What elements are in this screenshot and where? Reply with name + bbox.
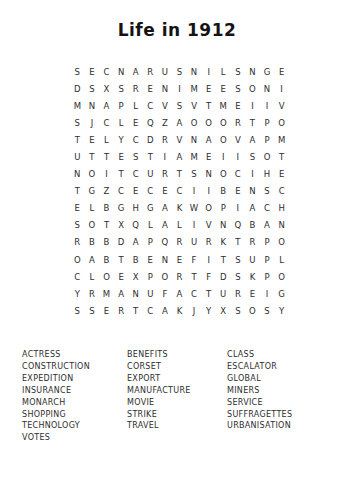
grid-cell-r4c2: J — [85, 114, 100, 131]
grid-cell-r2c8: I — [172, 80, 187, 97]
grid-cell-r9c15: H — [274, 200, 289, 217]
grid-cell-r14c10: T — [201, 285, 216, 302]
grid-cell-r15c11: X — [216, 302, 231, 319]
grid-cell-r3c15: V — [274, 97, 289, 114]
word-list: ACTRESSCONSTRUCTIONEXPEDITIONINSURANCEMO… — [0, 349, 354, 449]
grid-cell-r1c9: N — [187, 63, 202, 80]
grid-cell-r11c2: B — [85, 234, 100, 251]
word-travel: TRAVEL — [127, 420, 191, 432]
grid-cell-r11c4: D — [114, 234, 129, 251]
grid-cell-r12c10: I — [201, 251, 216, 268]
grid-cell-r5c11: O — [216, 131, 231, 148]
word-construction: CONSTRUCTION — [22, 361, 90, 373]
grid-cell-r11c11: K — [216, 234, 231, 251]
grid-cell-r3c12: E — [231, 97, 246, 114]
grid-cell-r4c10: O — [201, 114, 216, 131]
grid-cell-r9c8: K — [172, 200, 187, 217]
grid-cell-r15c6: C — [143, 302, 158, 319]
grid-cell-r13c12: S — [231, 268, 246, 285]
grid-cell-r8c2: G — [85, 183, 100, 200]
grid-cell-r4c7: Z — [158, 114, 173, 131]
grid-cell-r3c2: N — [85, 97, 100, 114]
grid-cell-r7c5: C — [128, 166, 143, 183]
word-technology: TECHNOLOGY — [22, 420, 90, 432]
grid-cell-r4c4: L — [114, 114, 129, 131]
grid-cell-r2c2: S — [85, 80, 100, 97]
grid-cell-r6c13: S — [245, 148, 260, 165]
grid-cell-r1c7: U — [158, 63, 173, 80]
grid-cell-r14c14: I — [260, 285, 275, 302]
grid-cell-r3c1: M — [70, 97, 85, 114]
grid-cell-r4c9: O — [187, 114, 202, 131]
grid-cell-r10c10: V — [201, 217, 216, 234]
grid-cell-r13c10: F — [201, 268, 216, 285]
grid-cell-r9c5: H — [128, 200, 143, 217]
grid-cell-r4c14: P — [260, 114, 275, 131]
grid-cell-r15c3: E — [99, 302, 114, 319]
grid-cell-r15c12: S — [231, 302, 246, 319]
grid-cell-r11c7: Q — [158, 234, 173, 251]
grid-cell-r2c12: S — [231, 80, 246, 97]
grid-cell-r6c12: I — [231, 148, 246, 165]
grid-cell-r14c13: E — [245, 285, 260, 302]
word-expedition: EXPEDITION — [22, 373, 90, 385]
word-class: CLASS — [227, 349, 292, 361]
grid-cell-r1c6: R — [143, 63, 158, 80]
grid-cell-r2c11: E — [216, 80, 231, 97]
grid-cell-r3c3: A — [99, 97, 114, 114]
grid-cell-r6c9: M — [187, 148, 202, 165]
grid-cell-r12c5: B — [128, 251, 143, 268]
grid-cell-r9c9: W — [187, 200, 202, 217]
grid-cell-r5c10: A — [201, 131, 216, 148]
grid-cell-r4c8: A — [172, 114, 187, 131]
grid-cell-r7c12: C — [231, 166, 246, 183]
grid-cell-r4c1: S — [70, 114, 85, 131]
grid-cell-r4c5: E — [128, 114, 143, 131]
grid-cell-r3c10: T — [201, 97, 216, 114]
grid-cell-r12c14: P — [260, 251, 275, 268]
grid-cell-r8c14: S — [260, 183, 275, 200]
worksheet-page: Life in 1912 SECNARUSNILSNGEDSXSRENIMEES… — [0, 0, 354, 500]
grid-cell-r11c9: U — [187, 234, 202, 251]
word-service: SERVICE — [227, 397, 292, 409]
grid-cell-r9c12: I — [231, 200, 246, 217]
grid-cell-r9c13: A — [245, 200, 260, 217]
grid-cell-r10c1: S — [70, 217, 85, 234]
grid-cell-r3c11: M — [216, 97, 231, 114]
grid-cell-r2c9: M — [187, 80, 202, 97]
word-escalator: ESCALATOR — [227, 361, 292, 373]
grid-cell-r12c1: O — [70, 251, 85, 268]
grid-cell-r6c10: E — [201, 148, 216, 165]
grid-cell-r10c2: O — [85, 217, 100, 234]
grid-cell-r1c15: E — [274, 63, 289, 80]
grid-cell-r9c2: L — [85, 200, 100, 217]
word-list-column2: BENEFITSCORSETEXPORTMANUFACTUREMOVIESTRI… — [127, 349, 191, 432]
grid-cell-r3c5: L — [128, 97, 143, 114]
grid-cell-r7c11: O — [216, 166, 231, 183]
grid-cell-r11c15: O — [274, 234, 289, 251]
grid-cell-r13c4: E — [114, 268, 129, 285]
grid-cell-r14c2: R — [85, 285, 100, 302]
grid-cell-r7c2: O — [85, 166, 100, 183]
grid-cell-r12c3: B — [99, 251, 114, 268]
grid-cell-r1c2: E — [85, 63, 100, 80]
grid-cell-r6c11: I — [216, 148, 231, 165]
word-strike: STRIKE — [127, 409, 191, 421]
grid-cell-r10c13: B — [245, 217, 260, 234]
grid-cell-r7c1: N — [70, 166, 85, 183]
word-global: GLOBAL — [227, 373, 292, 385]
grid-cell-r1c8: S — [172, 63, 187, 80]
grid-cell-r15c10: Y — [201, 302, 216, 319]
grid-cell-r9c1: E — [70, 200, 85, 217]
grid-cell-r9c7: A — [158, 200, 173, 217]
grid-cell-r6c15: T — [274, 148, 289, 165]
grid-cell-r6c8: A — [172, 148, 187, 165]
word-urbanisation: URBANISATION — [227, 420, 292, 432]
grid-cell-r7c6: U — [143, 166, 158, 183]
grid-cell-r8c11: B — [216, 183, 231, 200]
grid-cell-r2c15: I — [274, 80, 289, 97]
word-benefits: BENEFITS — [127, 349, 191, 361]
grid-cell-r5c2: E — [85, 131, 100, 148]
grid-cell-r14c4: A — [114, 285, 129, 302]
grid-cell-r1c11: L — [216, 63, 231, 80]
grid-cell-r1c13: N — [245, 63, 260, 80]
grid-cell-r14c3: M — [99, 285, 114, 302]
grid-cell-r8c9: I — [187, 183, 202, 200]
grid-cell-r8c13: N — [245, 183, 260, 200]
grid-cell-r11c8: R — [172, 234, 187, 251]
grid-cell-r10c4: X — [114, 217, 129, 234]
grid-cell-r11c13: R — [245, 234, 260, 251]
grid-cell-r5c13: A — [245, 131, 260, 148]
grid-cell-r14c6: U — [143, 285, 158, 302]
grid-cell-r13c14: P — [260, 268, 275, 285]
word-votes: VOTES — [22, 432, 90, 444]
grid-cell-r4c11: O — [216, 114, 231, 131]
grid-cell-r3c13: I — [245, 97, 260, 114]
word-insurance: INSURANCE — [22, 385, 90, 397]
grid-cell-r14c15: G — [274, 285, 289, 302]
grid-cell-r2c6: E — [143, 80, 158, 97]
grid-cell-r12c7: N — [158, 251, 173, 268]
grid-cell-r5c15: M — [274, 131, 289, 148]
grid-cell-r7c13: I — [245, 166, 260, 183]
word-shopping: SHOPPING — [22, 409, 90, 421]
grid-cell-r9c6: G — [143, 200, 158, 217]
grid-cell-r12c6: E — [143, 251, 158, 268]
grid-cell-r11c6: P — [143, 234, 158, 251]
grid-cell-r1c3: C — [99, 63, 114, 80]
grid-cell-r12c8: E — [172, 251, 187, 268]
grid-cell-r2c5: R — [128, 80, 143, 97]
grid-cell-r1c5: A — [128, 63, 143, 80]
grid-cell-r5c5: C — [128, 131, 143, 148]
grid-cell-r4c3: C — [99, 114, 114, 131]
grid-cell-r12c11: T — [216, 251, 231, 268]
grid-cell-r6c6: T — [143, 148, 158, 165]
grid-cell-r14c11: U — [216, 285, 231, 302]
grid-cell-r8c3: Z — [99, 183, 114, 200]
grid-cell-r15c1: S — [70, 302, 85, 319]
grid-cell-r13c9: T — [187, 268, 202, 285]
grid-cell-r15c4: R — [114, 302, 129, 319]
grid-cell-r10c14: A — [260, 217, 275, 234]
grid-cell-r10c9: I — [187, 217, 202, 234]
grid-cell-r5c6: D — [143, 131, 158, 148]
grid-cell-r14c8: A — [172, 285, 187, 302]
grid-cell-r9c14: C — [260, 200, 275, 217]
grid-cell-r14c7: F — [158, 285, 173, 302]
grid-cell-r9c4: G — [114, 200, 129, 217]
grid-cell-r6c1: U — [70, 148, 85, 165]
word-list-column1: ACTRESSCONSTRUCTIONEXPEDITIONINSURANCEMO… — [22, 349, 90, 444]
grid-cell-r14c5: N — [128, 285, 143, 302]
grid-cell-r7c9: S — [187, 166, 202, 183]
grid-cell-r9c11: P — [216, 200, 231, 217]
grid-cell-r8c6: C — [143, 183, 158, 200]
grid-cell-r11c3: B — [99, 234, 114, 251]
grid-cell-r2c4: S — [114, 80, 129, 97]
grid-cell-r6c4: E — [114, 148, 129, 165]
grid-cell-r4c12: R — [231, 114, 246, 131]
grid-cell-r11c5: A — [128, 234, 143, 251]
grid-cell-r5c14: P — [260, 131, 275, 148]
grid-cell-r1c1: S — [70, 63, 85, 80]
grid-cell-r13c6: P — [143, 268, 158, 285]
grid-cell-r10c11: N — [216, 217, 231, 234]
grid-cell-r8c10: I — [201, 183, 216, 200]
grid-cell-r1c12: S — [231, 63, 246, 80]
word-list-column3: CLASSESCALATORGLOBALMINERSSERVICESUFFRAG… — [227, 349, 292, 432]
grid-cell-r13c3: O — [99, 268, 114, 285]
grid-cell-r5c1: T — [70, 131, 85, 148]
grid-cell-r6c14: O — [260, 148, 275, 165]
grid-cell-r12c13: U — [245, 251, 260, 268]
page-title: Life in 1912 — [0, 20, 354, 40]
grid-cell-r4c13: T — [245, 114, 260, 131]
grid-cell-r7c10: N — [201, 166, 216, 183]
grid-cell-r8c7: E — [158, 183, 173, 200]
grid-cell-r14c9: C — [187, 285, 202, 302]
grid-cell-r13c11: D — [216, 268, 231, 285]
grid-cell-r11c14: P — [260, 234, 275, 251]
grid-cell-r10c7: A — [158, 217, 173, 234]
grid-cell-r8c5: E — [128, 183, 143, 200]
grid-cell-r11c12: T — [231, 234, 246, 251]
grid-cell-r8c12: E — [231, 183, 246, 200]
word-miners: MINERS — [227, 385, 292, 397]
grid-cell-r10c12: Q — [231, 217, 246, 234]
grid-cell-r1c10: I — [201, 63, 216, 80]
grid-cell-r10c3: T — [99, 217, 114, 234]
grid-cell-r13c5: X — [128, 268, 143, 285]
word-search-grid: SECNARUSNILSNGEDSXSRENIMEESONIMNAPLCVSVT… — [70, 63, 289, 319]
grid-cell-r8c8: C — [172, 183, 187, 200]
word-suffragettes: SUFFRAGETTES — [227, 409, 292, 421]
grid-cell-r2c13: O — [245, 80, 260, 97]
grid-cell-r3c7: V — [158, 97, 173, 114]
grid-cell-r13c7: O — [158, 268, 173, 285]
grid-cell-r9c3: B — [99, 200, 114, 217]
grid-cell-r6c2: T — [85, 148, 100, 165]
grid-cell-r4c15: O — [274, 114, 289, 131]
grid-cell-r9c10: O — [201, 200, 216, 217]
grid-cell-r7c4: T — [114, 166, 129, 183]
word-actress: ACTRESS — [22, 349, 90, 361]
grid-cell-r11c1: R — [70, 234, 85, 251]
grid-cell-r13c13: K — [245, 268, 260, 285]
grid-cell-r6c3: T — [99, 148, 114, 165]
grid-cell-r2c10: E — [201, 80, 216, 97]
grid-cell-r10c8: L — [172, 217, 187, 234]
grid-cell-r10c5: Q — [128, 217, 143, 234]
grid-cell-r15c14: S — [260, 302, 275, 319]
word-movie: MOVIE — [127, 397, 191, 409]
grid-cell-r5c9: N — [187, 131, 202, 148]
grid-cell-r3c14: I — [260, 97, 275, 114]
grid-cell-r15c7: A — [158, 302, 173, 319]
grid-cell-r12c4: T — [114, 251, 129, 268]
grid-cell-r13c1: C — [70, 268, 85, 285]
grid-cell-r13c2: L — [85, 268, 100, 285]
grid-cell-r8c4: C — [114, 183, 129, 200]
grid-cell-r2c3: X — [99, 80, 114, 97]
grid-cell-r2c1: D — [70, 80, 85, 97]
grid-cell-r7c8: T — [172, 166, 187, 183]
grid-cell-r13c8: R — [172, 268, 187, 285]
grid-cell-r12c15: L — [274, 251, 289, 268]
grid-cell-r15c13: O — [245, 302, 260, 319]
grid-cell-r7c14: H — [260, 166, 275, 183]
grid-cell-r2c14: N — [260, 80, 275, 97]
grid-cell-r2c7: N — [158, 80, 173, 97]
grid-cell-r12c12: S — [231, 251, 246, 268]
grid-cell-r10c6: L — [143, 217, 158, 234]
grid-cell-r11c10: R — [201, 234, 216, 251]
grid-cell-r15c9: J — [187, 302, 202, 319]
grid-cell-r4c6: Q — [143, 114, 158, 131]
grid-cell-r10c15: N — [274, 217, 289, 234]
grid-cell-r7c15: E — [274, 166, 289, 183]
grid-cell-r3c4: P — [114, 97, 129, 114]
grid-cell-r7c3: I — [99, 166, 114, 183]
grid-cell-r5c7: R — [158, 131, 173, 148]
grid-cell-r3c6: C — [143, 97, 158, 114]
grid-cell-r5c8: V — [172, 131, 187, 148]
grid-cell-r14c1: Y — [70, 285, 85, 302]
grid-cell-r15c5: T — [128, 302, 143, 319]
grid-cell-r13c15: O — [274, 268, 289, 285]
grid-cell-r15c15: Y — [274, 302, 289, 319]
grid-cell-r5c3: L — [99, 131, 114, 148]
grid-cell-r8c1: T — [70, 183, 85, 200]
word-manufacture: MANUFACTURE — [127, 385, 191, 397]
grid-cell-r15c8: K — [172, 302, 187, 319]
grid-cell-r5c4: Y — [114, 131, 129, 148]
grid-cell-r1c4: N — [114, 63, 129, 80]
grid-cell-r1c14: G — [260, 63, 275, 80]
grid-cell-r8c15: C — [274, 183, 289, 200]
grid-cell-r6c5: S — [128, 148, 143, 165]
grid-cell-r5c12: V — [231, 131, 246, 148]
word-export: EXPORT — [127, 373, 191, 385]
grid-cell-r14c12: R — [231, 285, 246, 302]
grid-cell-r12c2: A — [85, 251, 100, 268]
grid-cell-r6c7: I — [158, 148, 173, 165]
grid-cell-r3c8: S — [172, 97, 187, 114]
grid-cell-r15c2: S — [85, 302, 100, 319]
grid-cell-r3c9: V — [187, 97, 202, 114]
word-monarch: MONARCH — [22, 397, 90, 409]
grid-cell-r12c9: F — [187, 251, 202, 268]
word-corset: CORSET — [127, 361, 191, 373]
grid-cell-r7c7: R — [158, 166, 173, 183]
